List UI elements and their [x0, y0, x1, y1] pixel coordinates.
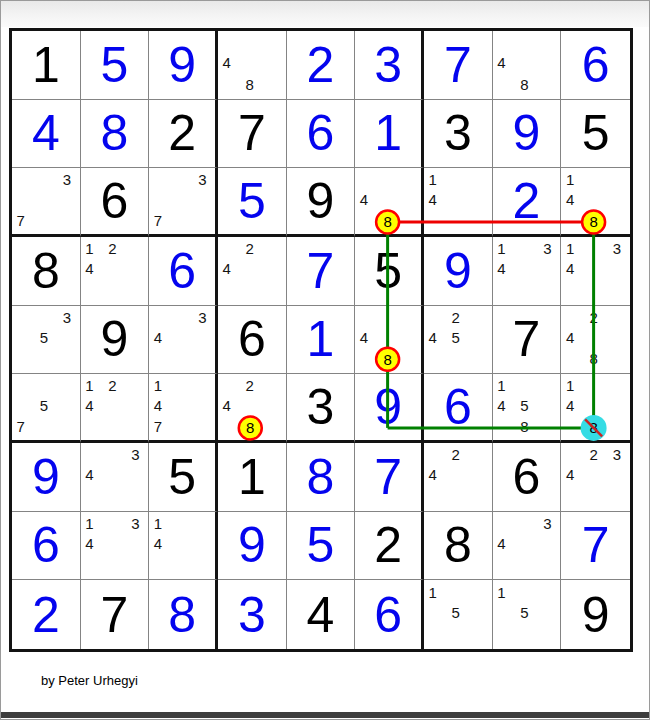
solved-digit: 1	[287, 306, 355, 374]
cell-r7c2[interactable]: 34	[81, 443, 150, 512]
cell-r5c9[interactable]: 248	[561, 306, 630, 375]
given-digit: 6	[218, 306, 286, 374]
candidate-2: 2	[589, 447, 597, 462]
candidate-8: 8	[589, 351, 597, 366]
given-digit: 1	[12, 31, 80, 99]
cell-r1c6[interactable]: 3	[355, 31, 424, 100]
cell-r6c9[interactable]: 148	[561, 374, 630, 443]
candidate-4: 4	[566, 329, 574, 344]
cell-r2c6[interactable]: 1	[355, 100, 424, 169]
candidate-1: 1	[85, 516, 93, 531]
cell-r7c3[interactable]: 5	[149, 443, 218, 512]
cell-r1c9[interactable]: 6	[561, 31, 630, 100]
solved-digit: 9	[424, 237, 492, 305]
candidate-4: 4	[566, 191, 574, 206]
candidate-3: 3	[543, 516, 551, 531]
candidate-4: 4	[497, 261, 505, 276]
cell-r6c6[interactable]: 9	[355, 374, 424, 443]
candidate-4: 4	[360, 191, 368, 206]
candidate-3: 3	[543, 241, 551, 256]
cell-r9c2[interactable]: 7	[81, 580, 150, 649]
candidate-3: 3	[131, 447, 139, 462]
candidate-2: 2	[246, 378, 254, 393]
solved-digit: 8	[287, 443, 355, 511]
candidate-4: 4	[566, 397, 574, 412]
cell-r6c3[interactable]: 147	[149, 374, 218, 443]
cell-r2c1[interactable]: 4	[12, 100, 81, 169]
candidate-8: 8	[520, 418, 528, 433]
cell-r9c4[interactable]: 3	[218, 580, 287, 649]
solved-digit: 6	[424, 374, 492, 440]
cell-r4c8[interactable]: 134	[493, 237, 562, 306]
cell-r8c6[interactable]: 2	[355, 512, 424, 581]
solved-digit: 1	[355, 100, 421, 168]
app-window: 1594823748648276139537637594814214881246…	[0, 0, 650, 720]
given-digit: 6	[493, 443, 561, 511]
solved-digit: 7	[287, 237, 355, 305]
cell-r7c6[interactable]: 7	[355, 443, 424, 512]
given-digit: 7	[218, 100, 286, 168]
candidate-1: 1	[566, 172, 574, 187]
solved-digit: 6	[287, 100, 355, 168]
solved-digit: 8	[149, 580, 215, 649]
cell-r4c5[interactable]: 7	[287, 237, 356, 306]
candidate-4: 4	[360, 329, 368, 344]
candidate-1: 1	[429, 584, 437, 599]
candidate-5: 5	[520, 397, 528, 412]
cell-r4c7[interactable]: 9	[424, 237, 493, 306]
candidate-1: 1	[154, 516, 162, 531]
given-digit: 3	[424, 100, 492, 168]
candidate-4: 4	[223, 55, 231, 70]
given-digit: 8	[424, 512, 492, 580]
candidate-4: 4	[429, 329, 437, 344]
cell-r1c8[interactable]: 48	[493, 31, 562, 100]
given-digit: 6	[81, 168, 149, 234]
candidate-1: 1	[154, 378, 162, 393]
candidate-3: 3	[198, 310, 206, 325]
candidate-3: 3	[613, 241, 621, 256]
candidate-5: 5	[40, 329, 48, 344]
cell-r9c5[interactable]: 4	[287, 580, 356, 649]
cell-r2c2[interactable]: 8	[81, 100, 150, 169]
cell-r5c5[interactable]: 1	[287, 306, 356, 375]
solved-digit: 6	[561, 31, 630, 99]
cell-r3c1[interactable]: 37	[12, 168, 81, 237]
candidate-1: 1	[566, 241, 574, 256]
candidate-3: 3	[63, 310, 71, 325]
cell-r4c1[interactable]: 8	[12, 237, 81, 306]
candidate-5: 5	[520, 604, 528, 619]
cell-r9c1[interactable]: 2	[12, 580, 81, 649]
candidate-1: 1	[566, 378, 574, 393]
cell-r4c4[interactable]: 24	[218, 237, 287, 306]
solved-digit: 9	[12, 443, 80, 511]
solved-digit: 9	[355, 374, 421, 440]
given-digit: 7	[81, 580, 149, 649]
cell-r2c9[interactable]: 5	[561, 100, 630, 169]
cell-r3c7[interactable]: 14	[424, 168, 493, 237]
candidate-4: 4	[154, 397, 162, 412]
cell-r1c3[interactable]: 9	[149, 31, 218, 100]
candidate-5: 5	[452, 604, 460, 619]
solved-digit: 3	[218, 580, 286, 649]
candidate-4: 4	[566, 261, 574, 276]
candidate-1: 1	[497, 241, 505, 256]
candidate-4: 4	[497, 397, 505, 412]
cell-r8c9[interactable]: 7	[561, 512, 630, 581]
candidate-1: 1	[429, 172, 437, 187]
cell-r1c1[interactable]: 1	[12, 31, 81, 100]
solved-digit: 8	[81, 100, 149, 168]
cell-r1c4[interactable]: 48	[218, 31, 287, 100]
solved-digit: 6	[12, 512, 80, 580]
cell-r4c9[interactable]: 134	[561, 237, 630, 306]
candidate-7: 7	[154, 212, 162, 227]
sudoku-board: 1594823748648276139537637594814214881246…	[9, 28, 633, 652]
given-digit: 5	[149, 443, 215, 511]
solved-digit: 7	[424, 31, 492, 99]
candidate-2: 2	[589, 310, 597, 325]
solved-digit: 2	[12, 580, 80, 649]
solved-digit: 3	[355, 31, 421, 99]
given-digit: 5	[561, 100, 630, 168]
cell-r1c7[interactable]: 7	[424, 31, 493, 100]
cell-r8c8[interactable]: 34	[493, 512, 562, 581]
candidate-1: 1	[85, 241, 93, 256]
candidate-2: 2	[452, 447, 460, 462]
candidate-7: 7	[154, 418, 162, 433]
cell-r8c3[interactable]: 14	[149, 512, 218, 581]
given-digit: 8	[12, 237, 80, 305]
cell-r4c6[interactable]: 5	[355, 237, 424, 306]
candidate-4: 4	[85, 535, 93, 550]
candidate-5: 5	[40, 397, 48, 412]
cell-r9c7[interactable]: 15	[424, 580, 493, 649]
cell-r3c2[interactable]: 6	[81, 168, 150, 237]
cell-r3c4[interactable]: 5	[218, 168, 287, 237]
solved-digit: 5	[81, 31, 149, 99]
candidate-4: 4	[154, 329, 162, 344]
cell-r7c4[interactable]: 1	[218, 443, 287, 512]
candidate-4: 4	[85, 397, 93, 412]
candidate-1: 1	[85, 378, 93, 393]
candidate-5: 5	[452, 329, 460, 344]
cell-r6c8[interactable]: 1458	[493, 374, 562, 443]
cell-grid: 1594823748648276139537637594814214881246…	[12, 31, 630, 649]
cell-r3c9[interactable]: 148	[561, 168, 630, 237]
cell-r5c8[interactable]: 7	[493, 306, 562, 375]
cell-r6c1[interactable]: 57	[12, 374, 81, 443]
candidate-3: 3	[198, 172, 206, 187]
cell-r7c9[interactable]: 234	[561, 443, 630, 512]
given-digit: 5	[355, 237, 421, 305]
cell-r5c7[interactable]: 245	[424, 306, 493, 375]
given-digit: 1	[218, 443, 286, 511]
cell-r5c3[interactable]: 34	[149, 306, 218, 375]
cell-r9c3[interactable]: 8	[149, 580, 218, 649]
solved-digit: 2	[287, 31, 355, 99]
cell-r4c3[interactable]: 6	[149, 237, 218, 306]
cell-r5c4[interactable]: 6	[218, 306, 287, 375]
cell-r3c6[interactable]: 48	[355, 168, 424, 237]
given-digit: 4	[287, 580, 355, 649]
given-digit: 9	[561, 580, 630, 649]
cell-r7c8[interactable]: 6	[493, 443, 562, 512]
cell-r2c4[interactable]: 7	[218, 100, 287, 169]
cell-r2c3[interactable]: 2	[149, 100, 218, 169]
cell-r6c5[interactable]: 3	[287, 374, 356, 443]
candidate-8: 8	[589, 418, 597, 433]
cell-r1c5[interactable]: 2	[287, 31, 356, 100]
cell-r9c6[interactable]: 6	[355, 580, 424, 649]
cell-r8c2[interactable]: 134	[81, 512, 150, 581]
candidate-2: 2	[108, 378, 116, 393]
given-digit: 2	[149, 100, 215, 168]
solved-digit: 4	[12, 100, 80, 168]
candidate-4: 4	[223, 261, 231, 276]
cell-r9c9[interactable]: 9	[561, 580, 630, 649]
credit-text: by Peter Urhegyi	[41, 673, 138, 688]
solved-digit: 2	[493, 168, 561, 234]
candidate-8: 8	[520, 76, 528, 91]
candidate-4: 4	[154, 535, 162, 550]
cell-r8c1[interactable]: 6	[12, 512, 81, 581]
candidate-1: 1	[497, 378, 505, 393]
candidate-4: 4	[497, 55, 505, 70]
cell-r5c6[interactable]: 48	[355, 306, 424, 375]
solved-digit: 7	[355, 443, 421, 511]
cell-r8c7[interactable]: 8	[424, 512, 493, 581]
cell-r7c7[interactable]: 24	[424, 443, 493, 512]
candidate-7: 7	[17, 418, 25, 433]
candidate-3: 3	[613, 447, 621, 462]
candidate-8: 8	[246, 76, 254, 91]
cell-r3c5[interactable]: 9	[287, 168, 356, 237]
cell-r5c1[interactable]: 35	[12, 306, 81, 375]
solved-digit: 5	[218, 168, 286, 234]
cell-r6c4[interactable]: 248	[218, 374, 287, 443]
given-digit: 9	[81, 306, 149, 374]
candidate-4: 4	[85, 467, 93, 482]
cell-r7c1[interactable]: 9	[12, 443, 81, 512]
candidate-4: 4	[429, 191, 437, 206]
solved-digit: 9	[218, 512, 286, 580]
given-digit: 2	[355, 512, 421, 580]
candidate-8: 8	[589, 212, 597, 227]
cell-r4c2[interactable]: 124	[81, 237, 150, 306]
cell-r9c8[interactable]: 15	[493, 580, 562, 649]
candidate-4: 4	[85, 261, 93, 276]
cell-r6c7[interactable]: 6	[424, 374, 493, 443]
candidate-3: 3	[63, 172, 71, 187]
candidate-4: 4	[497, 535, 505, 550]
cell-r2c7[interactable]: 3	[424, 100, 493, 169]
cell-r5c2[interactable]: 9	[81, 306, 150, 375]
candidate-8: 8	[382, 212, 390, 227]
candidate-4: 4	[566, 467, 574, 482]
cell-r3c8[interactable]: 2	[493, 168, 562, 237]
cell-r3c3[interactable]: 37	[149, 168, 218, 237]
candidate-8: 8	[246, 418, 254, 433]
solved-digit: 7	[561, 512, 630, 580]
candidate-2: 2	[246, 241, 254, 256]
candidate-1: 1	[497, 584, 505, 599]
cell-r2c5[interactable]: 6	[287, 100, 356, 169]
solved-digit: 9	[149, 31, 215, 99]
bottom-bar	[1, 712, 649, 718]
cell-r2c8[interactable]: 9	[493, 100, 562, 169]
cell-r7c5[interactable]: 8	[287, 443, 356, 512]
solved-digit: 6	[355, 580, 421, 649]
candidate-3: 3	[131, 516, 139, 531]
candidate-2: 2	[452, 310, 460, 325]
candidate-8: 8	[382, 351, 390, 366]
candidate-4: 4	[429, 467, 437, 482]
solved-digit: 6	[149, 237, 215, 305]
cell-r8c4[interactable]: 9	[218, 512, 287, 581]
candidate-4: 4	[223, 397, 231, 412]
cell-r6c2[interactable]: 124	[81, 374, 150, 443]
cell-r8c5[interactable]: 5	[287, 512, 356, 581]
solved-digit: 9	[493, 100, 561, 168]
given-digit: 7	[493, 306, 561, 374]
candidate-2: 2	[108, 241, 116, 256]
cell-r1c2[interactable]: 5	[81, 31, 150, 100]
given-digit: 3	[287, 374, 355, 440]
candidate-7: 7	[17, 212, 25, 227]
given-digit: 9	[287, 168, 355, 234]
solved-digit: 5	[287, 512, 355, 580]
title-bar	[1, 1, 649, 27]
